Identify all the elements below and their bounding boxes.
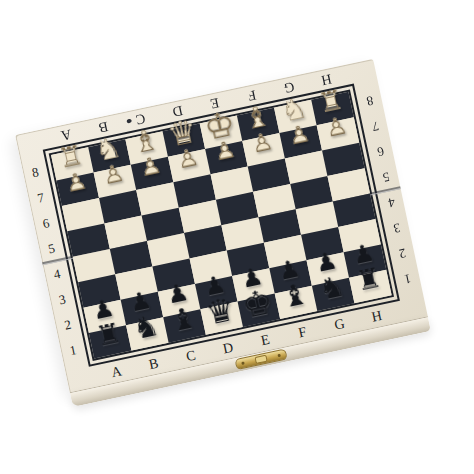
piece-glyph: ♜	[354, 264, 383, 294]
piece-black-king-e1: ♚	[236, 287, 279, 320]
rank-label-left-2: 2	[63, 317, 72, 331]
rank-label-right-1: 1	[403, 272, 412, 286]
square-e1: ♚	[238, 294, 281, 327]
piece-glyph: ♝	[168, 304, 199, 335]
square-c1: ♝	[163, 309, 206, 342]
folding-chess-set: ABCDEFGH 87654321 ♜♖♞♘♝♗♛♕♚♔♝♗♞♘♜♖♟♙♟♙♟♙…	[15, 59, 431, 407]
rank-label-right-7: 7	[371, 119, 380, 133]
piece-black-knight-g1: ♞	[310, 271, 353, 304]
clasp-tongue	[254, 355, 267, 364]
piece-glyph: ♜	[94, 320, 123, 350]
piece-black-rook-a1: ♜	[87, 318, 130, 351]
piece-black-knight-b1: ♞	[125, 310, 168, 343]
piece-glyph: ♚	[240, 288, 275, 320]
piece-black-rook-h1: ♜	[348, 263, 391, 296]
square-b1: ♞	[126, 317, 169, 350]
square-h1: ♜	[349, 270, 392, 303]
square-a1: ♜	[89, 325, 132, 358]
rank-label-left-1: 1	[68, 343, 77, 357]
rank-label-left-6: 6	[41, 216, 50, 230]
rank-label-left-3: 3	[58, 292, 67, 306]
rank-label-left-7: 7	[36, 190, 45, 204]
piece-glyph: ♞	[130, 312, 161, 343]
rank-label-right-2: 2	[398, 246, 407, 260]
rank-label-right-4: 4	[387, 195, 396, 209]
piece-glyph: ♝	[279, 280, 310, 311]
clasp-screw	[241, 361, 245, 365]
piece-glyph: ♛	[203, 296, 236, 327]
product-photo: ABCDEFGH 87654321 ♜♖♞♘♝♗♛♕♚♔♝♗♞♘♜♖♟♙♟♙♟♙…	[0, 0, 474, 474]
rank-label-left-5: 5	[47, 241, 56, 255]
square-f1: ♝	[275, 286, 318, 319]
piece-black-bishop-c1: ♝	[162, 303, 205, 336]
rank-label-right-8: 8	[365, 94, 374, 108]
square-d1: ♛	[200, 301, 243, 334]
square-g1: ♞	[312, 278, 355, 311]
rank-label-left-8: 8	[31, 165, 40, 179]
piece-glyph: ♞	[316, 272, 347, 303]
rank-label-right-6: 6	[376, 144, 385, 158]
rank-label-right-5: 5	[381, 170, 390, 184]
rank-label-right-3: 3	[392, 221, 401, 235]
piece-black-queen-d1: ♛	[199, 295, 242, 328]
clasp-screw	[277, 354, 281, 358]
rank-label-left-4: 4	[52, 266, 61, 280]
piece-black-bishop-f1: ♝	[273, 279, 316, 312]
